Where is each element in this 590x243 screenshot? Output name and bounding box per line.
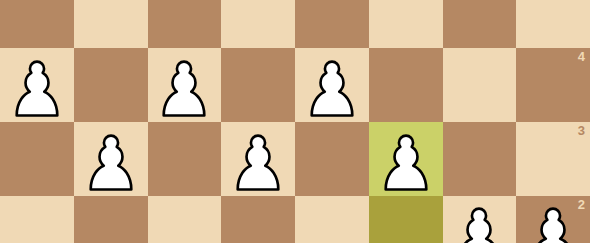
square-g3[interactable] (443, 122, 517, 196)
square-d3[interactable] (221, 122, 295, 196)
white-pawn[interactable] (88, 133, 134, 193)
chessboard-viewport: 432 (0, 0, 590, 243)
square-h5[interactable] (516, 0, 590, 48)
square-a3[interactable] (0, 122, 74, 196)
square-f4[interactable] (369, 48, 443, 122)
square-c2[interactable] (148, 196, 222, 243)
rank-label-4: 4 (578, 50, 585, 63)
square-e2[interactable] (295, 196, 369, 243)
square-e3[interactable] (295, 122, 369, 196)
rank-label-3: 3 (578, 124, 585, 137)
square-f3[interactable] (369, 122, 443, 196)
square-a2[interactable] (0, 196, 74, 243)
square-c3[interactable] (148, 122, 222, 196)
square-g5[interactable] (443, 0, 517, 48)
white-pawn[interactable] (530, 206, 576, 243)
white-pawn[interactable] (456, 206, 502, 243)
white-pawn[interactable] (235, 133, 281, 193)
board: 432 (0, 0, 590, 243)
square-c4[interactable] (148, 48, 222, 122)
white-pawn[interactable] (383, 133, 429, 193)
square-h3[interactable]: 3 (516, 122, 590, 196)
square-f2[interactable] (369, 196, 443, 243)
square-b3[interactable] (74, 122, 148, 196)
square-c5[interactable] (148, 0, 222, 48)
square-h4[interactable]: 4 (516, 48, 590, 122)
square-d4[interactable] (221, 48, 295, 122)
square-e5[interactable] (295, 0, 369, 48)
rank-label-2: 2 (578, 198, 585, 211)
square-b2[interactable] (74, 196, 148, 243)
square-f5[interactable] (369, 0, 443, 48)
square-h2[interactable]: 2 (516, 196, 590, 243)
square-e4[interactable] (295, 48, 369, 122)
square-a5[interactable] (0, 0, 74, 48)
white-pawn[interactable] (309, 59, 355, 119)
white-pawn[interactable] (14, 59, 60, 119)
square-d5[interactable] (221, 0, 295, 48)
square-g2[interactable] (443, 196, 517, 243)
square-a4[interactable] (0, 48, 74, 122)
square-d2[interactable] (221, 196, 295, 243)
white-pawn[interactable] (161, 59, 207, 119)
square-g4[interactable] (443, 48, 517, 122)
square-b5[interactable] (74, 0, 148, 48)
square-b4[interactable] (74, 48, 148, 122)
